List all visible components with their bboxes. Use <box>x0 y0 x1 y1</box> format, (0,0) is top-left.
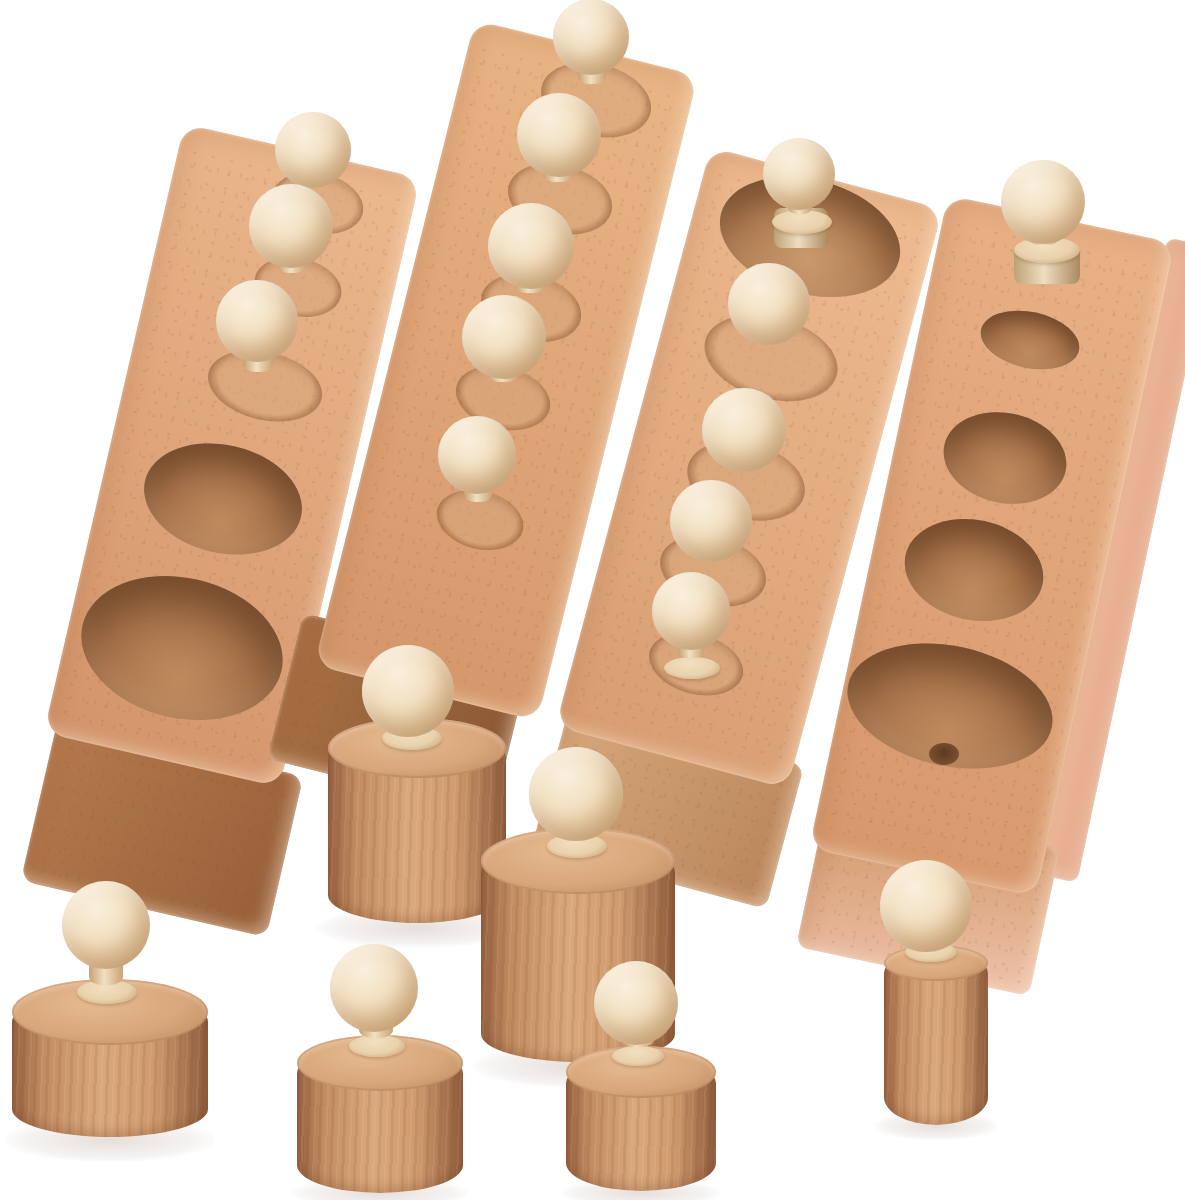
block2-cylinder1-knob <box>553 0 629 75</box>
block3-cylinder4-knob <box>670 480 752 562</box>
block3-small-cylinder-knob <box>763 138 835 210</box>
loose-cylinder-b-knob <box>362 645 454 737</box>
loose-cylinder-c-knob <box>529 747 623 841</box>
block3-cylinder2-knob <box>728 263 810 345</box>
block3-cylinder5-knob <box>652 572 730 650</box>
block3-cylinder5-flare <box>664 657 720 679</box>
loose-cylinder-f-knob <box>880 860 972 952</box>
block3-cylinder3-knob <box>702 388 786 472</box>
block1-cylinder2-knob <box>249 184 333 268</box>
block2-cylinder3-knob <box>488 203 574 289</box>
block4-pilot-hole <box>929 743 959 765</box>
block4-cylinder1-knob <box>1001 160 1085 244</box>
loose-cylinder-f-body <box>884 963 988 1125</box>
block1-cylinder3-knob <box>216 280 298 362</box>
loose-cylinder-e-knob <box>594 961 678 1045</box>
product-photo-scene <box>0 0 1185 1200</box>
loose-cylinder-d-flare <box>349 1035 405 1057</box>
loose-cylinder-e-flare <box>612 1046 664 1066</box>
block2-cylinder4-knob <box>462 295 546 379</box>
block1-cylinder1-knob <box>275 112 351 188</box>
block2-cylinder2-knob <box>517 93 601 177</box>
block2-cylinder5-knob <box>438 416 516 494</box>
loose-cylinder-a-knob <box>62 881 150 969</box>
loose-cylinder-d-knob <box>330 944 418 1032</box>
